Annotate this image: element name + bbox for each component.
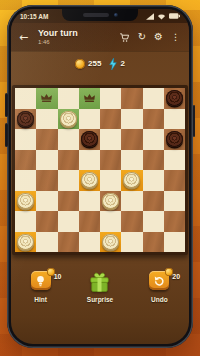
square-r6c1[interactable]	[15, 191, 36, 212]
square-r4c1[interactable]	[15, 150, 36, 171]
black-checker-piece[interactable]	[166, 90, 183, 106]
square-r1c6[interactable]	[121, 88, 142, 109]
square-r4c3[interactable]	[58, 150, 79, 171]
square-r3c6[interactable]	[121, 129, 142, 150]
square-r5c7[interactable]	[143, 170, 164, 191]
square-r5c6[interactable]	[121, 170, 142, 191]
overflow-menu-icon[interactable]: ⋮	[171, 33, 180, 42]
square-r5c3[interactable]	[58, 170, 79, 191]
white-checker-piece[interactable]	[17, 234, 34, 250]
square-r6c6[interactable]	[121, 191, 142, 212]
white-checker-piece[interactable]	[123, 172, 140, 188]
refresh-icon[interactable]: ↻	[138, 32, 146, 42]
square-r3c3[interactable]	[58, 129, 79, 150]
square-r6c2[interactable]	[36, 191, 57, 212]
app-bar: ← Your turn 1:46 ↻ ⚙ ⋮	[11, 23, 189, 51]
energy-count: 2	[120, 59, 124, 68]
volume-up-button	[5, 93, 8, 117]
surprise-button[interactable]	[88, 271, 111, 296]
square-r4c8[interactable]	[164, 150, 185, 171]
square-r4c7[interactable]	[143, 150, 164, 171]
square-r3c4[interactable]	[79, 129, 100, 150]
square-r2c1[interactable]	[15, 109, 36, 130]
square-r4c5[interactable]	[100, 150, 121, 171]
square-r7c4[interactable]	[79, 211, 100, 232]
hint-button[interactable]	[31, 271, 51, 290]
square-r6c5[interactable]	[100, 191, 121, 212]
white-checker-piece[interactable]	[81, 172, 98, 188]
square-r5c5[interactable]	[100, 170, 121, 191]
store-backdrop: 10:15 AM ← Your turn 1:46	[0, 0, 200, 356]
square-r6c4[interactable]	[79, 191, 100, 212]
signal-icon	[146, 13, 154, 20]
back-button[interactable]: ←	[19, 32, 32, 43]
hint-tool: 10 Hint	[18, 271, 64, 303]
square-r1c5[interactable]	[100, 88, 121, 109]
square-r2c8[interactable]	[164, 109, 185, 130]
black-checker-piece[interactable]	[17, 111, 34, 127]
hint-label: Hint	[34, 296, 47, 303]
speaker-slot	[83, 13, 109, 17]
square-r1c2[interactable]	[36, 88, 57, 109]
currency-bar: 255 2	[11, 57, 189, 70]
status-icons	[146, 13, 180, 20]
undo-label: Undo	[151, 296, 168, 303]
square-r8c2[interactable]	[36, 232, 57, 253]
turn-timer: 1:46	[38, 39, 78, 46]
square-r2c3[interactable]	[58, 109, 79, 130]
square-r7c2[interactable]	[36, 211, 57, 232]
square-r1c4[interactable]	[79, 88, 100, 109]
white-checker-piece[interactable]	[102, 234, 119, 250]
title-block: Your turn 1:46	[38, 29, 78, 45]
bottom-toolbar: 10 Hint	[11, 271, 189, 303]
undo-tool: 20 Undo	[136, 271, 182, 303]
undo-cost: 20	[172, 273, 180, 280]
surprise-label: Surprise	[87, 296, 113, 303]
square-r6c3[interactable]	[58, 191, 79, 212]
undo-button[interactable]	[149, 271, 169, 290]
square-r2c6[interactable]	[121, 109, 142, 130]
square-r2c7[interactable]	[143, 109, 164, 130]
black-checker-piece[interactable]	[81, 131, 98, 147]
coin-count: 255	[88, 59, 101, 68]
square-r6c8[interactable]	[164, 191, 185, 212]
hint-cost: 10	[54, 273, 62, 280]
square-r7c1[interactable]	[15, 211, 36, 232]
phone-notch	[62, 9, 138, 21]
square-r5c4[interactable]	[79, 170, 100, 191]
square-r5c1[interactable]	[15, 170, 36, 191]
square-r2c5[interactable]	[100, 109, 121, 130]
square-r4c2[interactable]	[36, 150, 57, 171]
square-r2c4[interactable]	[79, 109, 100, 130]
camera-dot	[114, 13, 118, 17]
settings-gear-icon[interactable]: ⚙	[154, 32, 163, 42]
square-r6c7[interactable]	[143, 191, 164, 212]
square-r8c7[interactable]	[143, 232, 164, 253]
square-r3c1[interactable]	[15, 129, 36, 150]
volume-down-button	[5, 123, 8, 147]
square-r8c4[interactable]	[79, 232, 100, 253]
square-r7c3[interactable]	[58, 211, 79, 232]
square-r7c8[interactable]	[164, 211, 185, 232]
checkers-board	[12, 85, 188, 255]
square-r7c5[interactable]	[100, 211, 121, 232]
square-r3c7[interactable]	[143, 129, 164, 150]
crown-icon	[40, 93, 53, 103]
square-r5c2[interactable]	[36, 170, 57, 191]
coin-icon	[75, 59, 85, 69]
square-r8c3[interactable]	[58, 232, 79, 253]
square-r4c6[interactable]	[121, 150, 142, 171]
square-r1c3[interactable]	[58, 88, 79, 109]
square-r8c1[interactable]	[15, 232, 36, 253]
square-r2c2[interactable]	[36, 109, 57, 130]
square-r7c6[interactable]	[121, 211, 142, 232]
square-r3c8[interactable]	[164, 129, 185, 150]
shop-cart-icon[interactable]	[119, 32, 130, 43]
undo-arrow-icon	[153, 275, 165, 287]
square-r8c5[interactable]	[100, 232, 121, 253]
power-button	[193, 105, 196, 137]
crown-icon	[83, 93, 96, 103]
energy-bolt-icon	[109, 58, 117, 70]
lightbulb-icon	[35, 275, 46, 287]
white-checker-piece[interactable]	[17, 193, 34, 209]
clock: 10:15 AM	[20, 13, 48, 20]
page-title: Your turn	[38, 29, 78, 39]
wifi-icon	[157, 13, 166, 20]
white-checker-piece[interactable]	[60, 111, 77, 127]
square-r3c2[interactable]	[36, 129, 57, 150]
battery-icon	[169, 13, 180, 19]
square-r8c8[interactable]	[164, 232, 185, 253]
gift-icon	[88, 271, 111, 292]
square-r8c6[interactable]	[121, 232, 142, 253]
square-r1c7[interactable]	[143, 88, 164, 109]
square-r5c8[interactable]	[164, 170, 185, 191]
phone-mockup: 10:15 AM ← Your turn 1:46	[7, 5, 193, 348]
app-bar-actions: ↻ ⚙ ⋮	[119, 32, 180, 43]
black-checker-piece[interactable]	[166, 131, 183, 147]
square-r7c7[interactable]	[143, 211, 164, 232]
square-r1c8[interactable]	[164, 88, 185, 109]
square-r4c4[interactable]	[79, 150, 100, 171]
white-checker-piece[interactable]	[102, 193, 119, 209]
square-r3c5[interactable]	[100, 129, 121, 150]
surprise-tool: Surprise	[77, 271, 123, 303]
square-r1c1[interactable]	[15, 88, 36, 109]
app-screen: 10:15 AM ← Your turn 1:46	[11, 9, 189, 344]
